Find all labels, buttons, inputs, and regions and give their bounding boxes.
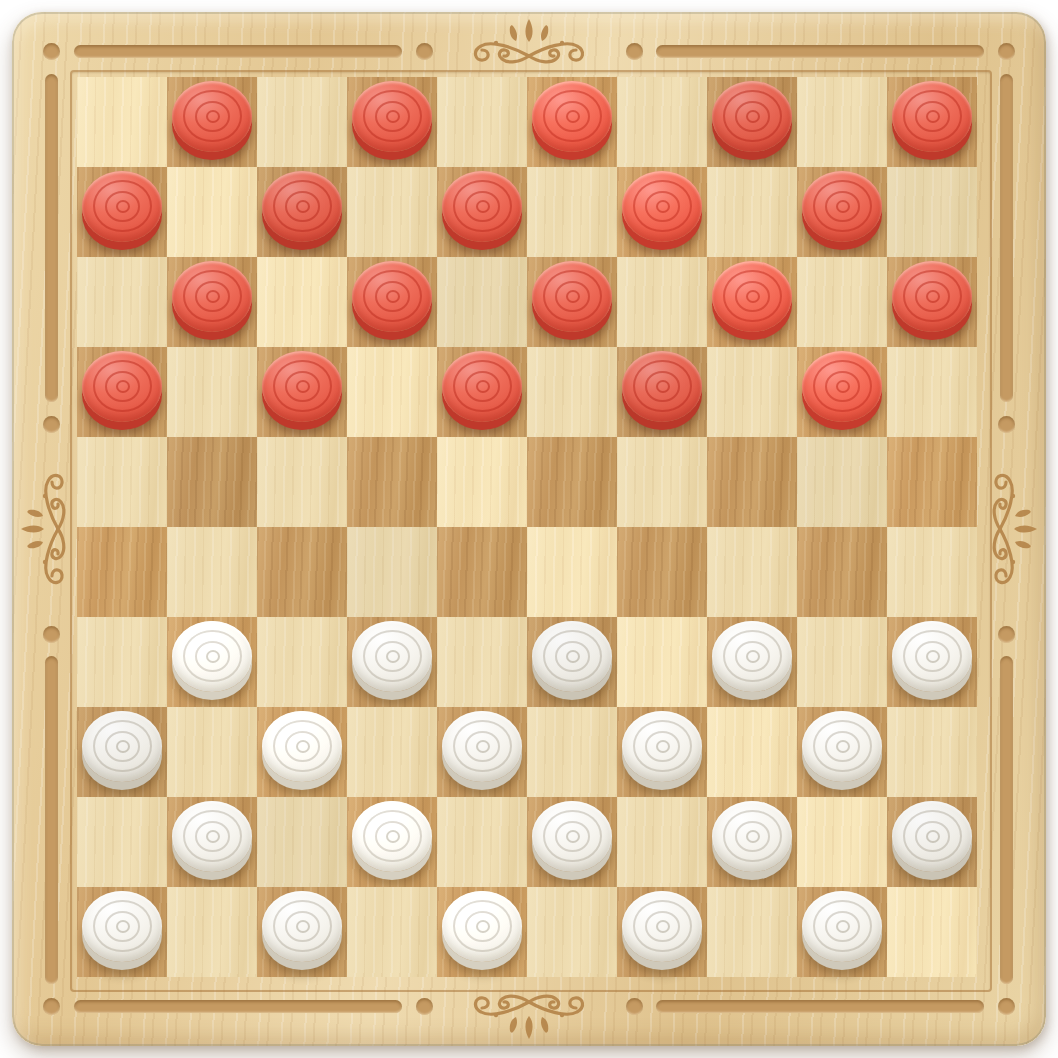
square-r8c3[interactable] [257,707,347,797]
piece-center-engraving [566,830,580,843]
square-r5c9[interactable] [797,437,887,527]
white-piece[interactable] [262,711,342,782]
square-r8c6[interactable] [527,707,617,797]
bottom-flourish-ornament [449,990,609,1042]
white-piece[interactable] [712,621,792,692]
white-piece[interactable] [82,891,162,962]
piece-center-engraving [296,920,310,933]
groove-line-top-right [656,45,984,58]
piece-center-engraving [836,740,850,753]
white-piece[interactable] [532,801,612,872]
square-r2c7[interactable] [617,167,707,257]
piece-center-engraving [296,380,310,393]
square-r2c4[interactable] [347,167,437,257]
white-piece[interactable] [892,801,972,872]
square-r5c6[interactable] [527,437,617,527]
square-r10c9[interactable] [797,887,887,977]
piece-center-engraving [476,200,490,213]
red-piece[interactable] [712,261,792,332]
corner-dot-top-right [998,43,1015,60]
square-r10c4[interactable] [347,887,437,977]
red-piece[interactable] [442,171,522,242]
square-r3c3[interactable] [257,257,347,347]
groove-line-top-left [74,45,402,58]
white-piece[interactable] [802,891,882,962]
red-piece[interactable] [82,351,162,422]
square-r2c8[interactable] [707,167,797,257]
square-r2c10[interactable] [887,167,977,257]
piece-center-engraving [386,110,400,123]
white-piece[interactable] [82,711,162,782]
piece-center-engraving [386,290,400,303]
piece-center-engraving [926,290,940,303]
square-r7c3[interactable] [257,617,347,707]
corner-dot-bottom-left [43,998,60,1015]
red-piece[interactable] [442,351,522,422]
square-r8c5[interactable] [437,707,527,797]
piece-center-engraving [386,650,400,663]
red-piece[interactable] [622,171,702,242]
red-piece[interactable] [352,81,432,152]
square-r10c2[interactable] [167,887,257,977]
square-r4c1[interactable] [77,347,167,437]
corner-dot-bottom-right [998,998,1015,1015]
square-r4c8[interactable] [707,347,797,437]
piece-center-engraving [926,830,940,843]
square-r9c6[interactable] [527,797,617,887]
white-piece[interactable] [892,621,972,692]
red-piece[interactable] [172,261,252,332]
square-r6c2[interactable] [167,527,257,617]
piece-center-engraving [476,380,490,393]
square-r9c1[interactable] [77,797,167,887]
square-r6c3[interactable] [257,527,347,617]
board-grid [77,77,977,977]
square-r10c10[interactable] [887,887,977,977]
piece-center-engraving [476,740,490,753]
flank-dot-right-top [998,416,1015,433]
white-piece[interactable] [352,801,432,872]
white-piece[interactable] [262,891,342,962]
square-r3c4[interactable] [347,257,437,347]
square-r3c7[interactable] [617,257,707,347]
square-r5c8[interactable] [707,437,797,527]
red-piece[interactable] [622,351,702,422]
square-r1c2[interactable] [167,77,257,167]
square-r5c4[interactable] [347,437,437,527]
square-r8c8[interactable] [707,707,797,797]
square-r5c2[interactable] [167,437,257,527]
square-r3c8[interactable] [707,257,797,347]
square-r8c2[interactable] [167,707,257,797]
square-r1c10[interactable] [887,77,977,167]
white-piece[interactable] [712,801,792,872]
square-r5c5[interactable] [437,437,527,527]
red-piece[interactable] [262,351,342,422]
square-r3c9[interactable] [797,257,887,347]
piece-center-engraving [746,830,760,843]
red-piece[interactable] [82,171,162,242]
square-r2c2[interactable] [167,167,257,257]
flank-dot-top-right [626,43,643,60]
square-r5c7[interactable] [617,437,707,527]
square-r6c4[interactable] [347,527,437,617]
square-r4c10[interactable] [887,347,977,437]
square-r6c5[interactable] [437,527,527,617]
groove-line-bottom-right [656,1000,984,1013]
square-r6c8[interactable] [707,527,797,617]
square-r4c3[interactable] [257,347,347,437]
piece-center-engraving [746,290,760,303]
piece-center-engraving [656,380,670,393]
piece-center-engraving [926,650,940,663]
square-r9c7[interactable] [617,797,707,887]
square-r6c7[interactable] [617,527,707,617]
white-piece[interactable] [442,711,522,782]
piece-center-engraving [116,920,130,933]
piece-center-engraving [116,200,130,213]
piece-center-engraving [206,650,220,663]
square-r2c3[interactable] [257,167,347,257]
piece-center-engraving [116,740,130,753]
square-r9c10[interactable] [887,797,977,887]
square-r7c6[interactable] [527,617,617,707]
checkers-app [0,0,1058,1058]
square-r10c7[interactable] [617,887,707,977]
flank-dot-right-bottom [998,626,1015,643]
square-r9c5[interactable] [437,797,527,887]
groove-line-right-bottom [1000,656,1013,984]
flank-dot-bottom-left [416,998,433,1015]
square-r1c4[interactable] [347,77,437,167]
square-r8c1[interactable] [77,707,167,797]
square-r3c6[interactable] [527,257,617,347]
square-r9c8[interactable] [707,797,797,887]
square-r1c7[interactable] [617,77,707,167]
square-r3c10[interactable] [887,257,977,347]
square-r5c3[interactable] [257,437,347,527]
square-r6c1[interactable] [77,527,167,617]
square-r4c4[interactable] [347,347,437,437]
piece-center-engraving [746,650,760,663]
piece-center-engraving [926,110,940,123]
square-r6c9[interactable] [797,527,887,617]
red-piece[interactable] [172,81,252,152]
square-r1c8[interactable] [707,77,797,167]
white-piece[interactable] [352,621,432,692]
piece-center-engraving [296,200,310,213]
square-r7c9[interactable] [797,617,887,707]
square-r1c9[interactable] [797,77,887,167]
groove-line-left-bottom [45,656,58,984]
square-r10c8[interactable] [707,887,797,977]
piece-center-engraving [206,830,220,843]
square-r10c3[interactable] [257,887,347,977]
square-r4c5[interactable] [437,347,527,437]
square-r7c1[interactable] [77,617,167,707]
square-r3c2[interactable] [167,257,257,347]
piece-center-engraving [656,200,670,213]
red-piece[interactable] [352,261,432,332]
square-r2c5[interactable] [437,167,527,257]
red-piece[interactable] [712,81,792,152]
piece-center-engraving [746,110,760,123]
left-flourish-ornament [18,449,70,609]
draughts-board [12,12,1046,1046]
piece-center-engraving [206,290,220,303]
white-piece[interactable] [802,711,882,782]
red-piece[interactable] [532,261,612,332]
piece-center-engraving [836,200,850,213]
red-piece[interactable] [802,171,882,242]
square-r1c1[interactable] [77,77,167,167]
groove-line-left-top [45,74,58,402]
square-r4c2[interactable] [167,347,257,437]
white-piece[interactable] [622,891,702,962]
red-piece[interactable] [262,171,342,242]
red-piece[interactable] [802,351,882,422]
flank-dot-top-left [416,43,433,60]
piece-center-engraving [296,740,310,753]
square-r7c5[interactable] [437,617,527,707]
square-r9c3[interactable] [257,797,347,887]
piece-center-engraving [566,110,580,123]
top-flourish-ornament [449,16,609,68]
square-r7c8[interactable] [707,617,797,707]
square-r8c7[interactable] [617,707,707,797]
piece-center-engraving [206,110,220,123]
square-r2c1[interactable] [77,167,167,257]
square-r7c10[interactable] [887,617,977,707]
piece-center-engraving [386,830,400,843]
square-r4c9[interactable] [797,347,887,437]
square-r10c6[interactable] [527,887,617,977]
square-r9c2[interactable] [167,797,257,887]
square-r8c10[interactable] [887,707,977,797]
square-r3c1[interactable] [77,257,167,347]
square-r10c5[interactable] [437,887,527,977]
piece-center-engraving [836,380,850,393]
square-r4c7[interactable] [617,347,707,437]
square-r6c6[interactable] [527,527,617,617]
square-r1c6[interactable] [527,77,617,167]
square-r7c4[interactable] [347,617,437,707]
flank-dot-bottom-right [626,998,643,1015]
square-r6c10[interactable] [887,527,977,617]
groove-line-bottom-left [74,1000,402,1013]
square-r4c6[interactable] [527,347,617,437]
square-r1c5[interactable] [437,77,527,167]
square-r9c9[interactable] [797,797,887,887]
right-flourish-ornament [988,449,1040,609]
red-piece[interactable] [532,81,612,152]
square-r5c10[interactable] [887,437,977,527]
flank-dot-left-bottom [43,626,60,643]
flank-dot-left-top [43,416,60,433]
white-piece[interactable] [442,891,522,962]
piece-center-engraving [836,920,850,933]
red-piece[interactable] [892,261,972,332]
groove-line-right-top [1000,74,1013,402]
square-r7c2[interactable] [167,617,257,707]
square-r10c1[interactable] [77,887,167,977]
corner-dot-top-left [43,43,60,60]
piece-center-engraving [656,740,670,753]
white-piece[interactable] [532,621,612,692]
piece-center-engraving [566,290,580,303]
white-piece[interactable] [172,801,252,872]
square-r2c9[interactable] [797,167,887,257]
square-r8c4[interactable] [347,707,437,797]
square-r8c9[interactable] [797,707,887,797]
square-r7c7[interactable] [617,617,707,707]
white-piece[interactable] [622,711,702,782]
square-r9c4[interactable] [347,797,437,887]
square-r2c6[interactable] [527,167,617,257]
piece-center-engraving [116,380,130,393]
square-r3c5[interactable] [437,257,527,347]
piece-center-engraving [476,920,490,933]
red-piece[interactable] [892,81,972,152]
square-r1c3[interactable] [257,77,347,167]
piece-center-engraving [656,920,670,933]
white-piece[interactable] [172,621,252,692]
square-r5c1[interactable] [77,437,167,527]
piece-center-engraving [566,650,580,663]
